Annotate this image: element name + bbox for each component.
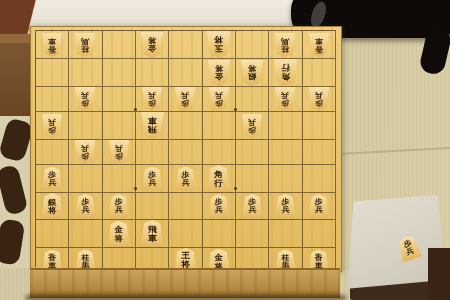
- piece-kanji: 歩: [281, 99, 289, 106]
- square-9a[interactable]: 香車: [36, 31, 69, 59]
- piece-kanji: 王: [181, 251, 190, 259]
- piece-銀将-3b[interactable]: 銀将: [240, 60, 264, 86]
- square-3d[interactable]: 歩兵: [236, 112, 269, 140]
- piece-kanji: 車: [315, 37, 323, 44]
- square-2c[interactable]: 歩兵: [269, 87, 302, 112]
- square-5b[interactable]: [169, 59, 202, 87]
- piece-kanji: 金: [115, 225, 124, 233]
- square-8b[interactable]: [69, 59, 102, 87]
- square-7f[interactable]: [103, 165, 136, 193]
- square-7b[interactable]: [103, 59, 136, 87]
- piece-歩兵-9d[interactable]: 歩兵: [41, 114, 63, 138]
- piece-kanji: 兵: [148, 91, 156, 98]
- square-8h[interactable]: [69, 220, 102, 248]
- square-1a[interactable]: 香車: [303, 31, 336, 59]
- piece-kanji: 歩: [48, 126, 56, 133]
- piece-歩兵-4c[interactable]: 歩兵: [208, 87, 230, 111]
- piece-歩兵-2g[interactable]: 歩兵: [274, 194, 296, 218]
- piece-kanji: 兵: [181, 91, 189, 98]
- square-8e[interactable]: 歩兵: [69, 140, 102, 165]
- piece-歩兵-3g[interactable]: 歩兵: [241, 194, 263, 218]
- square-2f[interactable]: [269, 165, 302, 193]
- piece-kanji: 兵: [81, 91, 89, 98]
- piece-kanji: 兵: [215, 206, 223, 213]
- piece-kanji: 兵: [115, 144, 123, 151]
- piece-歩兵-7e[interactable]: 歩兵: [108, 140, 130, 164]
- piece-kanji: 歩: [215, 99, 223, 106]
- piece-歩兵-8g[interactable]: 歩兵: [74, 194, 96, 218]
- piece-歩兵-6c[interactable]: 歩兵: [141, 87, 163, 111]
- square-2a[interactable]: 桂馬: [269, 31, 302, 59]
- square-4b[interactable]: 金将: [203, 59, 236, 87]
- piece-kanji: 兵: [215, 91, 223, 98]
- piece-香車-9a[interactable]: 香車: [41, 33, 63, 57]
- square-9h[interactable]: [36, 220, 69, 248]
- square-6f[interactable]: 歩兵: [136, 165, 169, 193]
- piece-飛車-6h[interactable]: 飛車: [140, 220, 165, 247]
- square-3a[interactable]: [236, 31, 269, 59]
- piece-kanji: 金: [148, 45, 157, 53]
- piece-kanji: 桂: [81, 254, 89, 261]
- piece-kanji: 車: [148, 234, 157, 242]
- square-5h[interactable]: [169, 220, 202, 248]
- square-1h[interactable]: [303, 220, 336, 248]
- piece-kanji: 兵: [48, 179, 56, 186]
- piece-歩兵-9f[interactable]: 歩兵: [41, 167, 63, 191]
- piece-kanji: 歩: [48, 171, 56, 178]
- square-1d[interactable]: [303, 112, 336, 140]
- piece-歩兵-4g[interactable]: 歩兵: [208, 194, 230, 218]
- piece-kanji: 歩: [115, 152, 123, 159]
- square-3c[interactable]: [236, 87, 269, 112]
- piece-kanji: 玉: [214, 45, 223, 53]
- piece-kanji: 歩: [81, 99, 89, 106]
- piece-kanji: 歩: [181, 99, 189, 106]
- piece-kanji: 馬: [81, 37, 89, 44]
- piece-kanji: 兵: [315, 91, 323, 98]
- square-1c[interactable]: 歩兵: [303, 87, 336, 112]
- square-6d[interactable]: 飛車: [136, 112, 169, 140]
- square-4c[interactable]: 歩兵: [203, 87, 236, 112]
- piece-kanji: 香: [48, 45, 56, 52]
- square-4f[interactable]: 角行: [203, 165, 236, 193]
- piece-kanji: 歩: [81, 152, 89, 159]
- square-3g[interactable]: 歩兵: [236, 193, 269, 220]
- square-7d[interactable]: [103, 112, 136, 140]
- square-8f[interactable]: [69, 165, 102, 193]
- square-9b[interactable]: [36, 59, 69, 87]
- square-5e[interactable]: [169, 140, 202, 165]
- piece-kanji: 歩: [148, 171, 156, 178]
- square-5g[interactable]: [169, 193, 202, 220]
- square-1g[interactable]: 歩兵: [303, 193, 336, 220]
- square-9g[interactable]: 銀将: [36, 193, 69, 220]
- piece-kanji: 銀: [248, 73, 257, 81]
- piece-kanji: 兵: [248, 206, 256, 213]
- piece-kanji: 歩: [181, 171, 189, 178]
- piece-角行-2b[interactable]: 角行: [273, 59, 298, 86]
- piece-kanji: 兵: [281, 91, 289, 98]
- piece-歩兵-1g[interactable]: 歩兵: [308, 194, 330, 218]
- board-shadow: [26, 295, 346, 300]
- piece-kanji: 行: [214, 179, 223, 187]
- piece-kanji: 歩: [148, 99, 156, 106]
- piece-kanji: 桂: [281, 254, 289, 261]
- board-side-face: [30, 268, 340, 298]
- square-1f[interactable]: [303, 165, 336, 193]
- dark-floor-corner: [428, 248, 450, 300]
- square-3f[interactable]: [236, 165, 269, 193]
- square-6g[interactable]: [136, 193, 169, 220]
- piece-kanji: 行: [281, 64, 290, 72]
- piece-香車-1a[interactable]: 香車: [308, 33, 330, 57]
- square-2b[interactable]: 角行: [269, 59, 302, 87]
- shogi-game-photo: 香車桂馬金将玉将桂馬香車金将銀将角行歩兵歩兵歩兵歩兵歩兵歩兵歩兵飛車歩兵歩兵歩兵…: [0, 0, 450, 300]
- shogi-board: 香車桂馬金将玉将桂馬香車金将銀将角行歩兵歩兵歩兵歩兵歩兵歩兵歩兵飛車歩兵歩兵歩兵…: [30, 26, 342, 272]
- piece-歩兵-8c[interactable]: 歩兵: [74, 87, 96, 111]
- square-3e[interactable]: [236, 140, 269, 165]
- piece-kanji: 金: [215, 253, 224, 261]
- square-6b[interactable]: [136, 59, 169, 87]
- piece-kanji: 馬: [281, 37, 289, 44]
- piece-kanji: 車: [48, 37, 56, 44]
- piece-kanji: 将: [248, 64, 257, 72]
- square-9e[interactable]: [36, 140, 69, 165]
- piece-kanji: 兵: [248, 118, 256, 125]
- square-3h[interactable]: [236, 220, 269, 248]
- square-9d[interactable]: 歩兵: [36, 112, 69, 140]
- piece-歩兵-8e[interactable]: 歩兵: [74, 140, 96, 164]
- piece-kanji: 兵: [148, 179, 156, 186]
- piece-歩兵-7g[interactable]: 歩兵: [108, 194, 130, 218]
- piece-kanji: 兵: [181, 179, 189, 186]
- piece-kanji: 飛: [148, 126, 157, 134]
- piece-kanji: 角: [214, 170, 223, 178]
- piece-kanji: 金: [215, 73, 224, 81]
- square-7e[interactable]: 歩兵: [103, 140, 136, 165]
- square-5d[interactable]: [169, 112, 202, 140]
- square-7c[interactable]: [103, 87, 136, 112]
- piece-kanji: 歩: [248, 126, 256, 133]
- piece-kanji: 将: [148, 36, 157, 44]
- piece-kanji: 将: [115, 234, 124, 242]
- piece-kanji: 兵: [405, 247, 415, 256]
- square-7h[interactable]: 金将: [103, 220, 136, 248]
- square-8g[interactable]: 歩兵: [69, 193, 102, 220]
- square-9f[interactable]: 歩兵: [36, 165, 69, 193]
- stool-leg: [0, 117, 34, 163]
- piece-歩兵-3d[interactable]: 歩兵: [241, 114, 263, 138]
- square-5f[interactable]: 歩兵: [169, 165, 202, 193]
- square-2g[interactable]: 歩兵: [269, 193, 302, 220]
- piece-kanji: 歩: [315, 99, 323, 106]
- piece-角行-4f[interactable]: 角行: [206, 165, 231, 192]
- piece-kanji: 香: [315, 45, 323, 52]
- piece-銀将-9g[interactable]: 銀将: [40, 193, 64, 219]
- board-grid: 香車桂馬金将玉将桂馬香車金将銀将角行歩兵歩兵歩兵歩兵歩兵歩兵歩兵飛車歩兵歩兵歩兵…: [35, 30, 336, 267]
- piece-kanji: 将: [181, 260, 190, 268]
- piece-歩兵-2c[interactable]: 歩兵: [274, 87, 296, 111]
- square-1e[interactable]: [303, 140, 336, 165]
- square-2d[interactable]: [269, 112, 302, 140]
- square-6c[interactable]: 歩兵: [136, 87, 169, 112]
- piece-kanji: 桂: [281, 45, 289, 52]
- piece-飛車-6d[interactable]: 飛車: [140, 112, 165, 139]
- piece-桂馬-8a[interactable]: 桂馬: [74, 33, 96, 57]
- stool-leg: [0, 164, 28, 216]
- piece-kanji: 兵: [81, 206, 89, 213]
- piece-kanji: 兵: [281, 206, 289, 213]
- piece-kanji: 将: [214, 36, 223, 44]
- piece-金将-7h[interactable]: 金将: [107, 221, 131, 247]
- square-6e[interactable]: [136, 140, 169, 165]
- square-1b[interactable]: [303, 59, 336, 87]
- stool-leg: [0, 218, 25, 265]
- piece-玉将-4a[interactable]: 玉将: [206, 31, 231, 58]
- piece-歩兵-1c[interactable]: 歩兵: [308, 87, 330, 111]
- piece-金将-4b[interactable]: 金将: [207, 60, 231, 86]
- square-7g[interactable]: 歩兵: [103, 193, 136, 220]
- square-8d[interactable]: [69, 112, 102, 140]
- piece-kanji: 将: [215, 64, 224, 72]
- square-8c[interactable]: 歩兵: [69, 87, 102, 112]
- square-5a[interactable]: [169, 31, 202, 59]
- square-4g[interactable]: 歩兵: [203, 193, 236, 220]
- piece-kanji: 兵: [315, 206, 323, 213]
- piece-kanji: 車: [148, 117, 157, 125]
- square-4a[interactable]: 玉将: [203, 31, 236, 59]
- square-5c[interactable]: 歩兵: [169, 87, 202, 112]
- piece-kanji: 飛: [148, 225, 157, 233]
- piece-kanji: 兵: [115, 206, 123, 213]
- piece-kanji: 香: [315, 254, 323, 261]
- square-3b[interactable]: 銀将: [236, 59, 269, 87]
- piece-kanji: 角: [281, 73, 290, 81]
- square-2h[interactable]: [269, 220, 302, 248]
- square-4d[interactable]: [203, 112, 236, 140]
- piece-歩兵-5c[interactable]: 歩兵: [174, 87, 196, 111]
- piece-kanji: 兵: [48, 118, 56, 125]
- square-9c[interactable]: [36, 87, 69, 112]
- piece-kanji: 兵: [81, 144, 89, 151]
- piece-kanji: 香: [48, 254, 56, 261]
- piece-kanji: 将: [48, 206, 57, 214]
- piece-歩兵-5f[interactable]: 歩兵: [174, 167, 196, 191]
- square-4e[interactable]: [203, 140, 236, 165]
- square-6h[interactable]: 飛車: [136, 220, 169, 248]
- square-6a[interactable]: 金将: [136, 31, 169, 59]
- square-8a[interactable]: 桂馬: [69, 31, 102, 59]
- square-4h[interactable]: [203, 220, 236, 248]
- piece-金将-6a[interactable]: 金将: [140, 32, 164, 58]
- square-2e[interactable]: [269, 140, 302, 165]
- square-7a[interactable]: [103, 31, 136, 59]
- piece-桂馬-2a[interactable]: 桂馬: [274, 33, 296, 57]
- piece-kanji: 桂: [81, 45, 89, 52]
- piece-歩兵-6f[interactable]: 歩兵: [141, 167, 163, 191]
